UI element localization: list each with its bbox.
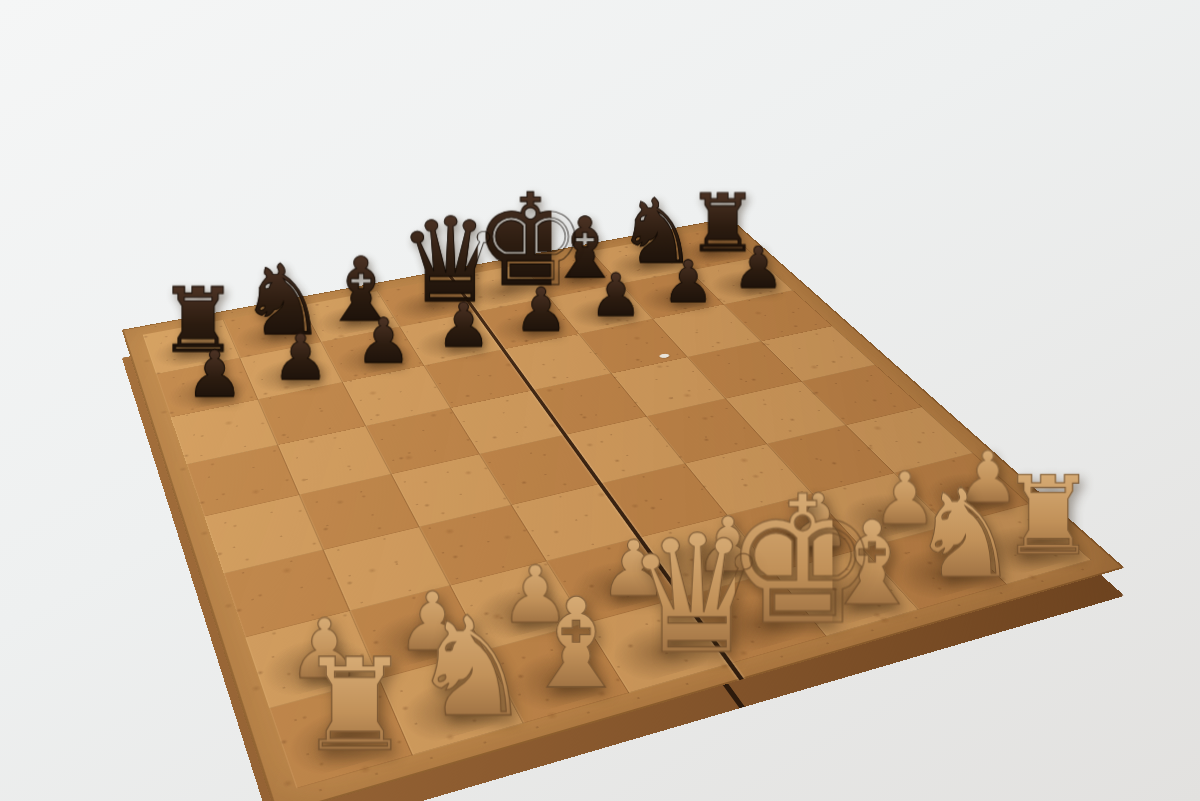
piece-black-pawn[interactable]: ♟	[422, 296, 505, 357]
piece-black-pawn[interactable]: ♟	[649, 253, 728, 311]
studio-backdrop: Antique Regence-style turned wood chess …	[0, 0, 1200, 801]
piece-white-queen[interactable]: ♛	[624, 513, 735, 677]
piece-white-knight[interactable]: ♞	[410, 600, 527, 738]
piece-white-knight[interactable]: ♞	[910, 473, 1014, 596]
piece-black-pawn[interactable]: ♟	[576, 267, 656, 326]
piece-white-bishop[interactable]: ♝	[519, 582, 633, 706]
piece-black-pawn[interactable]: ♟	[719, 240, 797, 297]
piece-black-pawn[interactable]: ♟	[500, 281, 582, 341]
piece-black-pawn[interactable]: ♟	[341, 311, 425, 373]
piece-black-pawn[interactable]: ♟	[258, 327, 344, 390]
piece-white-rook[interactable]: ♜	[295, 642, 415, 770]
piece-black-pawn[interactable]: ♟	[171, 343, 259, 407]
square-b5[interactable]	[278, 426, 392, 495]
photo-caption: Antique Regence-style turned wood chess …	[0, 0, 1, 1]
